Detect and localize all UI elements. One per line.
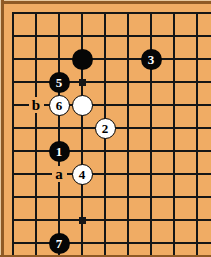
white-stone-4: 4	[72, 164, 93, 185]
intersection-7-9	[163, 209, 186, 232]
intersection-5-2	[117, 48, 140, 71]
intersection-5-4	[117, 94, 140, 117]
intersection-2-8	[48, 186, 71, 209]
intersection-7-5	[163, 117, 186, 140]
intersection-0-3	[2, 71, 25, 94]
intersection-7-3	[163, 71, 186, 94]
intersection-7-10	[163, 232, 186, 255]
white-stone	[72, 95, 93, 116]
intersection-5-10	[117, 232, 140, 255]
intersection-6-1	[140, 25, 163, 48]
intersection-6-9	[140, 209, 163, 232]
intersection-3-0	[71, 2, 94, 25]
intersection-3-9	[71, 209, 94, 232]
white-stone-2: 2	[95, 118, 116, 139]
intersection-2-9	[48, 209, 71, 232]
intersection-7-6	[163, 140, 186, 163]
intersection-6-5	[140, 117, 163, 140]
intersection-3-7: 4	[71, 163, 94, 186]
hoshi-marker	[79, 217, 86, 224]
intersection-2-7: a	[48, 163, 71, 186]
intersection-4-10	[94, 232, 117, 255]
intersection-8-7	[186, 163, 209, 186]
intersection-6-7	[140, 163, 163, 186]
intersection-4-7	[94, 163, 117, 186]
intersection-2-4: 6	[48, 94, 71, 117]
black-stone-3: 3	[141, 49, 162, 70]
intersection-6-2: 3	[140, 48, 163, 71]
intersection-4-5: 2	[94, 117, 117, 140]
intersection-4-4	[94, 94, 117, 117]
hoshi-marker	[79, 79, 86, 86]
intersection-0-8	[2, 186, 25, 209]
intersection-7-8	[163, 186, 186, 209]
intersection-8-1	[186, 25, 209, 48]
intersection-8-8	[186, 186, 209, 209]
intersection-1-4: b	[25, 94, 48, 117]
intersection-3-1	[71, 25, 94, 48]
intersection-2-1	[48, 25, 71, 48]
intersection-1-1	[25, 25, 48, 48]
intersection-4-1	[94, 25, 117, 48]
intersection-1-9	[25, 209, 48, 232]
intersection-8-9	[186, 209, 209, 232]
intersection-0-6	[2, 140, 25, 163]
intersection-4-9	[94, 209, 117, 232]
intersection-8-0	[186, 2, 209, 25]
black-stone-7: 7	[49, 233, 70, 254]
board-grid: 35b621a47	[2, 2, 209, 255]
intersection-1-0	[25, 2, 48, 25]
intersection-2-5	[48, 117, 71, 140]
intersection-1-8	[25, 186, 48, 209]
intersection-3-6	[71, 140, 94, 163]
move-number: 1	[56, 145, 63, 158]
intersection-8-2	[186, 48, 209, 71]
intersection-6-8	[140, 186, 163, 209]
intersection-5-6	[117, 140, 140, 163]
intersection-4-3	[94, 71, 117, 94]
intersection-3-4	[71, 94, 94, 117]
intersection-3-2	[71, 48, 94, 71]
intersection-6-3	[140, 71, 163, 94]
intersection-1-3	[25, 71, 48, 94]
intersection-2-2	[48, 48, 71, 71]
intersection-0-0	[2, 2, 25, 25]
point-label-b: b	[29, 97, 44, 113]
intersection-5-5	[117, 117, 140, 140]
intersection-7-0	[163, 2, 186, 25]
black-stone-5: 5	[49, 72, 70, 93]
intersection-3-8	[71, 186, 94, 209]
intersection-2-10: 7	[48, 232, 71, 255]
intersection-3-10	[71, 232, 94, 255]
intersection-3-5	[71, 117, 94, 140]
intersection-2-0	[48, 2, 71, 25]
board-border-left	[0, 0, 4, 257]
move-number: 3	[148, 53, 155, 66]
move-number: 5	[56, 76, 63, 89]
intersection-5-7	[117, 163, 140, 186]
intersection-4-0	[94, 2, 117, 25]
intersection-3-3	[71, 71, 94, 94]
intersection-4-6	[94, 140, 117, 163]
intersection-4-8	[94, 186, 117, 209]
intersection-0-4	[2, 94, 25, 117]
white-stone-6: 6	[49, 95, 70, 116]
intersection-1-10	[25, 232, 48, 255]
move-number: 6	[56, 99, 63, 112]
intersection-0-2	[2, 48, 25, 71]
intersection-5-0	[117, 2, 140, 25]
intersection-0-7	[2, 163, 25, 186]
intersection-0-9	[2, 209, 25, 232]
intersection-1-5	[25, 117, 48, 140]
intersection-7-2	[163, 48, 186, 71]
intersection-7-1	[163, 25, 186, 48]
intersection-0-1	[2, 25, 25, 48]
intersection-5-9	[117, 209, 140, 232]
intersection-0-5	[2, 117, 25, 140]
black-stone-1: 1	[49, 141, 70, 162]
intersection-6-0	[140, 2, 163, 25]
intersection-6-10	[140, 232, 163, 255]
black-stone	[72, 49, 93, 70]
intersection-7-4	[163, 94, 186, 117]
intersection-6-4	[140, 94, 163, 117]
move-number: 7	[56, 237, 63, 250]
intersection-7-7	[163, 163, 186, 186]
intersection-6-6	[140, 140, 163, 163]
move-number: 2	[102, 122, 109, 135]
intersection-8-4	[186, 94, 209, 117]
intersection-8-3	[186, 71, 209, 94]
intersection-1-2	[25, 48, 48, 71]
intersection-5-1	[117, 25, 140, 48]
move-number: 4	[79, 168, 86, 181]
intersection-1-7	[25, 163, 48, 186]
intersection-4-2	[94, 48, 117, 71]
intersection-2-6: 1	[48, 140, 71, 163]
board-border-top	[0, 0, 211, 4]
intersection-5-3	[117, 71, 140, 94]
point-label-a: a	[52, 166, 67, 182]
go-board: 35b621a47	[0, 0, 211, 257]
intersection-8-5	[186, 117, 209, 140]
intersection-5-8	[117, 186, 140, 209]
intersection-0-10	[2, 232, 25, 255]
intersection-8-6	[186, 140, 209, 163]
intersection-1-6	[25, 140, 48, 163]
intersection-8-10	[186, 232, 209, 255]
intersection-2-3: 5	[48, 71, 71, 94]
